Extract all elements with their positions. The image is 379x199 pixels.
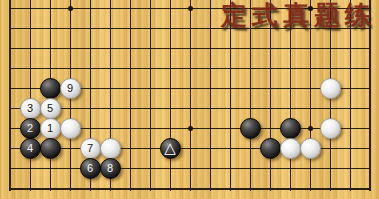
stone-black[interactable]: 4 (20, 138, 41, 159)
move-number-label: 8 (107, 163, 113, 174)
stone-white[interactable] (320, 118, 341, 139)
stone-white[interactable] (60, 118, 81, 139)
stone-white[interactable]: 5 (40, 98, 61, 119)
stone-black[interactable] (260, 138, 281, 159)
stone-white[interactable]: 1 (40, 118, 61, 139)
move-number-label: 6 (87, 163, 93, 174)
stone-black[interactable] (40, 138, 61, 159)
stone-black[interactable]: 2 (20, 118, 41, 139)
move-number-label: 5 (47, 103, 53, 114)
move-number-label: 9 (67, 83, 73, 94)
stone-black[interactable]: 8 (100, 158, 121, 179)
move-number-label: 2 (27, 123, 33, 134)
move-number-label: 1 (47, 123, 53, 134)
stone-white[interactable] (300, 138, 321, 159)
stone-black-triangle-marked[interactable]: △ (160, 138, 181, 159)
stone-white[interactable] (320, 78, 341, 99)
go-board-diagram: 935214768△ 定式真题练 (0, 0, 379, 199)
triangle-mark-icon: △ (164, 140, 176, 155)
stone-white[interactable] (100, 138, 121, 159)
stone-white[interactable]: 9 (60, 78, 81, 99)
stone-black[interactable] (280, 118, 301, 139)
move-number-label: 3 (27, 103, 33, 114)
stone-black[interactable] (240, 118, 261, 139)
stone-white[interactable]: 3 (20, 98, 41, 119)
stone-black[interactable]: 6 (80, 158, 101, 179)
stone-white[interactable]: 7 (80, 138, 101, 159)
stone-white[interactable] (280, 138, 301, 159)
move-number-label: 4 (27, 143, 33, 154)
move-number-label: 7 (87, 143, 93, 154)
stone-black[interactable] (40, 78, 61, 99)
go-board[interactable]: 935214768△ (0, 0, 379, 199)
